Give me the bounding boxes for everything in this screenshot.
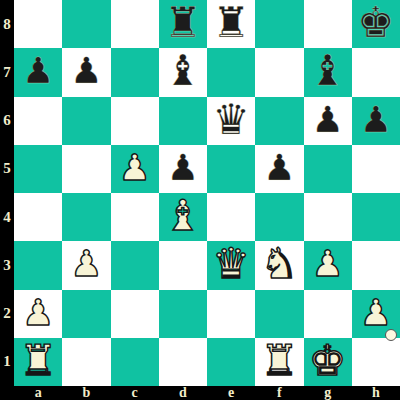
- square-d2[interactable]: [159, 290, 207, 338]
- square-b5[interactable]: [62, 145, 110, 193]
- white-bishop-d4: ♝: [164, 195, 202, 237]
- white-queen-e3: ♛: [212, 243, 250, 285]
- white-knight-f3: ♞: [261, 243, 299, 285]
- square-b2[interactable]: [62, 290, 110, 338]
- square-f5[interactable]: ♟: [255, 145, 303, 193]
- square-d7[interactable]: ♝: [159, 48, 207, 96]
- square-h8[interactable]: ♚: [352, 0, 400, 48]
- square-e7[interactable]: [207, 48, 255, 96]
- white-pawn-h2: ♟: [360, 295, 392, 331]
- square-b8[interactable]: [62, 0, 110, 48]
- black-king-h8: ♚: [357, 2, 395, 44]
- file-label-e: e: [207, 386, 255, 400]
- square-f3[interactable]: ♞: [255, 241, 303, 289]
- square-a7[interactable]: ♟: [14, 48, 62, 96]
- square-h6[interactable]: ♟: [352, 97, 400, 145]
- file-label-a: a: [14, 386, 62, 400]
- square-a8[interactable]: [14, 0, 62, 48]
- square-e4[interactable]: [207, 193, 255, 241]
- black-rook-e8: ♜: [212, 2, 250, 44]
- black-pawn-d5: ♟: [167, 150, 199, 186]
- square-a4[interactable]: [14, 193, 62, 241]
- board: ♜♜♚♟♟♝♝♛♟♟♟♟♟♝♟♛♞♟♟♟♜♜♚: [14, 0, 400, 386]
- square-g1[interactable]: ♚: [304, 338, 352, 386]
- rank-label-1: 1: [0, 338, 14, 386]
- square-a2[interactable]: ♟: [14, 290, 62, 338]
- square-g4[interactable]: [304, 193, 352, 241]
- square-f8[interactable]: [255, 0, 303, 48]
- rank-label-5: 5: [0, 145, 14, 193]
- square-g8[interactable]: [304, 0, 352, 48]
- square-c6[interactable]: [111, 97, 159, 145]
- black-pawn-h6: ♟: [360, 102, 392, 138]
- square-b1[interactable]: [62, 338, 110, 386]
- square-b6[interactable]: [62, 97, 110, 145]
- square-h5[interactable]: [352, 145, 400, 193]
- square-b3[interactable]: ♟: [62, 241, 110, 289]
- black-bishop-g7: ♝: [309, 50, 347, 92]
- file-label-h: h: [352, 386, 400, 400]
- file-label-g: g: [304, 386, 352, 400]
- square-c2[interactable]: [111, 290, 159, 338]
- square-e2[interactable]: [207, 290, 255, 338]
- square-h7[interactable]: [352, 48, 400, 96]
- white-pawn-g3: ♟: [311, 246, 343, 282]
- white-pawn-b3: ♟: [70, 246, 102, 282]
- square-a3[interactable]: [14, 241, 62, 289]
- square-a5[interactable]: [14, 145, 62, 193]
- square-g3[interactable]: ♟: [304, 241, 352, 289]
- square-h1[interactable]: [352, 338, 400, 386]
- file-label-b: b: [62, 386, 110, 400]
- white-pawn-c5: ♟: [118, 150, 150, 186]
- square-g7[interactable]: ♝: [304, 48, 352, 96]
- rank-label-2: 2: [0, 290, 14, 338]
- square-b7[interactable]: ♟: [62, 48, 110, 96]
- rank-labels: 87654321: [0, 0, 14, 386]
- square-f1[interactable]: ♜: [255, 338, 303, 386]
- file-label-f: f: [255, 386, 303, 400]
- square-c3[interactable]: [111, 241, 159, 289]
- square-c1[interactable]: [111, 338, 159, 386]
- square-f2[interactable]: [255, 290, 303, 338]
- white-pawn-a2: ♟: [22, 295, 54, 331]
- square-c4[interactable]: [111, 193, 159, 241]
- square-g2[interactable]: [304, 290, 352, 338]
- square-c7[interactable]: [111, 48, 159, 96]
- square-d3[interactable]: [159, 241, 207, 289]
- square-g6[interactable]: ♟: [304, 97, 352, 145]
- square-f4[interactable]: [255, 193, 303, 241]
- black-pawn-b7: ♟: [70, 53, 102, 89]
- black-pawn-f5: ♟: [263, 150, 295, 186]
- white-king-g1: ♚: [309, 340, 347, 382]
- rank-label-6: 6: [0, 97, 14, 145]
- square-f6[interactable]: [255, 97, 303, 145]
- square-e1[interactable]: [207, 338, 255, 386]
- file-labels: abcdefgh: [14, 386, 400, 400]
- square-f7[interactable]: [255, 48, 303, 96]
- white-rook-a1: ♜: [19, 340, 57, 382]
- square-a1[interactable]: ♜: [14, 338, 62, 386]
- square-e3[interactable]: ♛: [207, 241, 255, 289]
- square-d8[interactable]: ♜: [159, 0, 207, 48]
- square-d4[interactable]: ♝: [159, 193, 207, 241]
- rank-label-7: 7: [0, 48, 14, 96]
- rank-label-8: 8: [0, 0, 14, 48]
- square-e5[interactable]: [207, 145, 255, 193]
- rank-label-3: 3: [0, 241, 14, 289]
- square-d6[interactable]: [159, 97, 207, 145]
- square-c8[interactable]: [111, 0, 159, 48]
- square-e8[interactable]: ♜: [207, 0, 255, 48]
- square-g5[interactable]: [304, 145, 352, 193]
- square-h4[interactable]: [352, 193, 400, 241]
- file-label-c: c: [111, 386, 159, 400]
- square-d1[interactable]: [159, 338, 207, 386]
- rank-label-4: 4: [0, 193, 14, 241]
- white-to-move-indicator: [385, 329, 397, 341]
- white-rook-f1: ♜: [261, 340, 299, 382]
- square-a6[interactable]: [14, 97, 62, 145]
- square-e6[interactable]: ♛: [207, 97, 255, 145]
- file-label-d: d: [159, 386, 207, 400]
- black-rook-d8: ♜: [164, 2, 202, 44]
- black-bishop-d7: ♝: [164, 50, 202, 92]
- square-h3[interactable]: [352, 241, 400, 289]
- square-b4[interactable]: [62, 193, 110, 241]
- black-queen-e6: ♛: [212, 99, 250, 141]
- square-d5[interactable]: ♟: [159, 145, 207, 193]
- square-c5[interactable]: ♟: [111, 145, 159, 193]
- black-pawn-a7: ♟: [22, 53, 54, 89]
- black-pawn-g6: ♟: [311, 102, 343, 138]
